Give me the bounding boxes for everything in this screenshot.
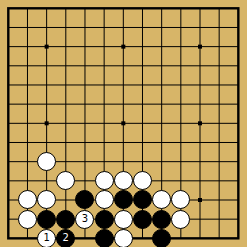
board-intersection[interactable] bbox=[133, 152, 152, 171]
board-intersection[interactable] bbox=[190, 18, 209, 37]
board-intersection[interactable] bbox=[94, 190, 113, 209]
board-intersection[interactable] bbox=[209, 229, 228, 247]
board-intersection[interactable] bbox=[209, 171, 228, 190]
board-intersection[interactable] bbox=[94, 75, 113, 94]
board-intersection[interactable] bbox=[56, 37, 75, 56]
board-intersection[interactable] bbox=[171, 18, 190, 37]
white-stone: 1 bbox=[37, 229, 56, 247]
board-intersection[interactable] bbox=[37, 171, 56, 190]
board-intersection[interactable] bbox=[133, 94, 152, 113]
board-intersection[interactable] bbox=[209, 56, 228, 75]
board-intersection[interactable] bbox=[75, 190, 94, 209]
board-intersection[interactable] bbox=[18, 75, 37, 94]
board-intersection[interactable] bbox=[75, 0, 94, 18]
board-intersection[interactable] bbox=[0, 56, 18, 75]
board-intersection[interactable] bbox=[37, 94, 56, 113]
board-intersection[interactable] bbox=[152, 229, 171, 247]
board-intersection[interactable] bbox=[75, 229, 94, 247]
board-intersection[interactable] bbox=[209, 18, 228, 37]
board-intersection[interactable] bbox=[114, 94, 133, 113]
board-intersection[interactable] bbox=[190, 37, 209, 56]
board-intersection[interactable] bbox=[209, 0, 228, 18]
white-stone bbox=[114, 171, 133, 190]
board-intersection[interactable] bbox=[133, 75, 152, 94]
white-stone bbox=[171, 210, 190, 229]
board-intersection[interactable] bbox=[94, 209, 113, 228]
board-intersection[interactable] bbox=[171, 133, 190, 152]
board-intersection[interactable] bbox=[229, 190, 247, 209]
board-intersection[interactable] bbox=[56, 0, 75, 18]
board-intersection[interactable] bbox=[190, 133, 209, 152]
board-intersection[interactable] bbox=[114, 37, 133, 56]
board-intersection[interactable] bbox=[229, 114, 247, 133]
black-stone bbox=[75, 190, 94, 209]
board-intersection[interactable]: 2 bbox=[56, 229, 75, 247]
board-intersection[interactable] bbox=[0, 75, 18, 94]
black-stone bbox=[56, 210, 75, 229]
board-intersection[interactable] bbox=[37, 75, 56, 94]
board-intersection[interactable] bbox=[0, 229, 18, 247]
board-intersection[interactable] bbox=[56, 152, 75, 171]
board-intersection[interactable] bbox=[190, 0, 209, 18]
board-intersection[interactable] bbox=[152, 0, 171, 18]
board-intersection[interactable]: 3 bbox=[75, 209, 94, 228]
board-intersection[interactable] bbox=[114, 171, 133, 190]
board-intersection[interactable] bbox=[18, 133, 37, 152]
board-intersection[interactable] bbox=[190, 152, 209, 171]
board-intersection[interactable] bbox=[56, 133, 75, 152]
board-intersection[interactable] bbox=[56, 114, 75, 133]
board-intersection[interactable] bbox=[114, 152, 133, 171]
board-intersection[interactable] bbox=[171, 209, 190, 228]
board-intersection[interactable] bbox=[18, 209, 37, 228]
board-intersections: 312 bbox=[0, 0, 247, 247]
board-intersection[interactable] bbox=[133, 229, 152, 247]
board-intersection[interactable] bbox=[0, 152, 18, 171]
board-intersection[interactable] bbox=[0, 209, 18, 228]
board-intersection[interactable] bbox=[0, 37, 18, 56]
board-intersection[interactable] bbox=[114, 56, 133, 75]
board-intersection[interactable] bbox=[171, 114, 190, 133]
board-intersection[interactable] bbox=[209, 114, 228, 133]
board-intersection[interactable] bbox=[75, 18, 94, 37]
board-intersection[interactable] bbox=[37, 0, 56, 18]
board-intersection[interactable] bbox=[94, 94, 113, 113]
board-intersection[interactable] bbox=[114, 229, 133, 247]
board-intersection[interactable] bbox=[37, 18, 56, 37]
board-intersection[interactable] bbox=[229, 94, 247, 113]
board-intersection[interactable] bbox=[75, 94, 94, 113]
board-intersection[interactable] bbox=[114, 0, 133, 18]
board-intersection[interactable] bbox=[190, 190, 209, 209]
board-intersection[interactable] bbox=[152, 190, 171, 209]
board-intersection[interactable] bbox=[114, 190, 133, 209]
board-intersection[interactable] bbox=[0, 94, 18, 113]
board-intersection[interactable] bbox=[37, 152, 56, 171]
board-intersection[interactable] bbox=[94, 229, 113, 247]
black-stone bbox=[133, 210, 152, 229]
board-intersection[interactable] bbox=[171, 152, 190, 171]
board-intersection[interactable] bbox=[18, 114, 37, 133]
board-intersection[interactable] bbox=[209, 190, 228, 209]
white-stone bbox=[18, 190, 37, 209]
board-intersection[interactable] bbox=[133, 37, 152, 56]
black-stone bbox=[152, 210, 171, 229]
board-intersection[interactable] bbox=[152, 94, 171, 113]
board-intersection[interactable] bbox=[114, 209, 133, 228]
move-number-label: 3 bbox=[82, 214, 88, 224]
board-intersection[interactable] bbox=[75, 133, 94, 152]
white-stone bbox=[114, 210, 133, 229]
board-intersection[interactable] bbox=[133, 0, 152, 18]
board-intersection[interactable] bbox=[171, 0, 190, 18]
board-intersection[interactable] bbox=[0, 190, 18, 209]
board-intersection[interactable] bbox=[190, 209, 209, 228]
board-intersection[interactable] bbox=[94, 133, 113, 152]
board-intersection[interactable]: 1 bbox=[37, 229, 56, 247]
board-intersection[interactable] bbox=[133, 171, 152, 190]
board-intersection[interactable] bbox=[114, 75, 133, 94]
board-intersection[interactable] bbox=[209, 133, 228, 152]
board-intersection[interactable] bbox=[190, 114, 209, 133]
board-intersection[interactable] bbox=[94, 171, 113, 190]
board-intersection[interactable] bbox=[171, 75, 190, 94]
board-intersection[interactable] bbox=[152, 75, 171, 94]
board-intersection[interactable] bbox=[0, 171, 18, 190]
board-intersection[interactable] bbox=[114, 133, 133, 152]
board-intersection[interactable] bbox=[37, 190, 56, 209]
board-intersection[interactable] bbox=[190, 94, 209, 113]
board-intersection[interactable] bbox=[133, 133, 152, 152]
board-intersection[interactable] bbox=[94, 56, 113, 75]
board-intersection[interactable] bbox=[114, 114, 133, 133]
white-stone bbox=[171, 190, 190, 209]
board-intersection[interactable] bbox=[133, 18, 152, 37]
board-intersection[interactable] bbox=[56, 56, 75, 75]
board-intersection[interactable] bbox=[37, 209, 56, 228]
board-intersection[interactable] bbox=[0, 114, 18, 133]
board-intersection[interactable] bbox=[190, 171, 209, 190]
board-intersection[interactable] bbox=[152, 133, 171, 152]
white-stone bbox=[37, 152, 56, 171]
board-intersection[interactable] bbox=[56, 171, 75, 190]
board-intersection[interactable] bbox=[133, 190, 152, 209]
board-intersection[interactable] bbox=[171, 56, 190, 75]
white-stone bbox=[114, 229, 133, 247]
board-intersection[interactable] bbox=[75, 75, 94, 94]
board-intersection[interactable] bbox=[229, 209, 247, 228]
black-stone bbox=[133, 190, 152, 209]
board-intersection[interactable] bbox=[75, 114, 94, 133]
white-stone bbox=[37, 190, 56, 209]
board-intersection[interactable] bbox=[171, 37, 190, 56]
board-intersection[interactable] bbox=[229, 152, 247, 171]
board-intersection[interactable] bbox=[133, 209, 152, 228]
board-intersection[interactable] bbox=[229, 75, 247, 94]
board-intersection[interactable] bbox=[75, 171, 94, 190]
board-intersection[interactable] bbox=[133, 56, 152, 75]
board-intersection[interactable] bbox=[94, 114, 113, 133]
board-intersection[interactable] bbox=[152, 209, 171, 228]
black-stone bbox=[95, 229, 114, 247]
board-intersection[interactable] bbox=[94, 0, 113, 18]
white-stone: 3 bbox=[75, 210, 94, 229]
board-intersection[interactable] bbox=[190, 229, 209, 247]
board-intersection[interactable] bbox=[37, 56, 56, 75]
board-intersection[interactable] bbox=[229, 0, 247, 18]
board-intersection[interactable] bbox=[229, 56, 247, 75]
board-intersection[interactable] bbox=[18, 37, 37, 56]
board-intersection[interactable] bbox=[56, 94, 75, 113]
white-stone bbox=[133, 171, 152, 190]
white-stone bbox=[56, 171, 75, 190]
board-intersection[interactable] bbox=[209, 75, 228, 94]
board-intersection[interactable] bbox=[171, 94, 190, 113]
board-intersection[interactable] bbox=[171, 171, 190, 190]
board-intersection[interactable] bbox=[152, 18, 171, 37]
board-intersection[interactable] bbox=[229, 37, 247, 56]
board-intersection[interactable] bbox=[152, 152, 171, 171]
black-stone: 2 bbox=[56, 229, 75, 247]
board-intersection[interactable] bbox=[18, 229, 37, 247]
board-intersection[interactable] bbox=[94, 18, 113, 37]
black-stone bbox=[37, 210, 56, 229]
board-intersection[interactable] bbox=[18, 190, 37, 209]
board-intersection[interactable] bbox=[171, 229, 190, 247]
board-intersection[interactable] bbox=[0, 133, 18, 152]
black-stone bbox=[152, 229, 171, 247]
board-intersection[interactable] bbox=[209, 94, 228, 113]
board-intersection[interactable] bbox=[152, 56, 171, 75]
board-intersection[interactable] bbox=[56, 209, 75, 228]
board-intersection[interactable] bbox=[18, 152, 37, 171]
white-stone bbox=[152, 190, 171, 209]
board-intersection[interactable] bbox=[171, 190, 190, 209]
go-board-diagram: 312 bbox=[0, 0, 247, 247]
board-intersection[interactable] bbox=[18, 56, 37, 75]
board-intersection[interactable] bbox=[229, 171, 247, 190]
board-intersection[interactable] bbox=[152, 37, 171, 56]
board-intersection[interactable] bbox=[56, 190, 75, 209]
black-stone bbox=[95, 210, 114, 229]
board-intersection[interactable] bbox=[56, 18, 75, 37]
board-intersection[interactable] bbox=[190, 75, 209, 94]
board-intersection[interactable] bbox=[209, 209, 228, 228]
white-stone bbox=[95, 171, 114, 190]
board-intersection[interactable] bbox=[94, 152, 113, 171]
board-intersection[interactable] bbox=[94, 37, 113, 56]
move-number-label: 1 bbox=[43, 233, 49, 243]
board-intersection[interactable] bbox=[37, 114, 56, 133]
board-intersection[interactable] bbox=[56, 75, 75, 94]
board-intersection[interactable] bbox=[37, 133, 56, 152]
white-stone bbox=[95, 190, 114, 209]
board-intersection[interactable] bbox=[0, 18, 18, 37]
board-intersection[interactable] bbox=[18, 171, 37, 190]
white-stone bbox=[18, 210, 37, 229]
move-number-label: 2 bbox=[63, 233, 69, 243]
board-intersection[interactable] bbox=[114, 18, 133, 37]
board-intersection[interactable] bbox=[18, 0, 37, 18]
board-intersection[interactable] bbox=[75, 152, 94, 171]
board-intersection[interactable] bbox=[0, 0, 18, 18]
board-intersection[interactable] bbox=[37, 37, 56, 56]
board-intersection[interactable] bbox=[209, 152, 228, 171]
board-intersection[interactable] bbox=[229, 18, 247, 37]
board-intersection[interactable] bbox=[133, 114, 152, 133]
board-intersection[interactable] bbox=[152, 171, 171, 190]
board-intersection[interactable] bbox=[18, 18, 37, 37]
board-intersection[interactable] bbox=[18, 94, 37, 113]
board-intersection[interactable] bbox=[190, 56, 209, 75]
black-stone bbox=[114, 190, 133, 209]
board-intersection[interactable] bbox=[229, 229, 247, 247]
board-intersection[interactable] bbox=[75, 56, 94, 75]
board-intersection[interactable] bbox=[209, 37, 228, 56]
board-intersection[interactable] bbox=[152, 114, 171, 133]
board-intersection[interactable] bbox=[229, 133, 247, 152]
board-intersection[interactable] bbox=[75, 37, 94, 56]
